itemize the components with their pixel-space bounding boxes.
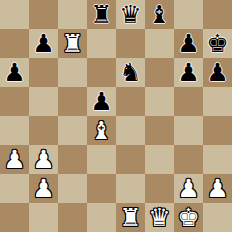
piece-white-pawn: ♟ bbox=[206, 174, 228, 203]
square-f4[interactable] bbox=[145, 116, 174, 145]
square-d7[interactable] bbox=[87, 29, 116, 58]
square-e4[interactable] bbox=[116, 116, 145, 145]
square-f2[interactable] bbox=[145, 174, 174, 203]
square-g4[interactable] bbox=[174, 116, 203, 145]
square-a7[interactable] bbox=[0, 29, 29, 58]
square-g7[interactable]: ♟ bbox=[174, 29, 203, 58]
square-h4[interactable] bbox=[203, 116, 232, 145]
square-e2[interactable] bbox=[116, 174, 145, 203]
piece-black-king: ♚ bbox=[206, 29, 228, 58]
piece-black-queen: ♛ bbox=[119, 0, 141, 29]
square-b4[interactable] bbox=[29, 116, 58, 145]
square-a4[interactable] bbox=[0, 116, 29, 145]
square-g2[interactable]: ♟ bbox=[174, 174, 203, 203]
square-e6[interactable]: ♞ bbox=[116, 58, 145, 87]
piece-white-king: ♚ bbox=[177, 203, 199, 232]
piece-black-pawn: ♟ bbox=[3, 58, 25, 87]
square-e8[interactable]: ♛ bbox=[116, 0, 145, 29]
square-d2[interactable] bbox=[87, 174, 116, 203]
square-c2[interactable] bbox=[58, 174, 87, 203]
piece-white-queen: ♛ bbox=[148, 203, 170, 232]
piece-black-bishop: ♝ bbox=[148, 0, 170, 29]
square-b7[interactable]: ♟ bbox=[29, 29, 58, 58]
square-c4[interactable] bbox=[58, 116, 87, 145]
square-d3[interactable] bbox=[87, 145, 116, 174]
piece-white-rook: ♜ bbox=[119, 203, 141, 232]
square-e1[interactable]: ♜ bbox=[116, 203, 145, 232]
square-b6[interactable] bbox=[29, 58, 58, 87]
square-h2[interactable]: ♟ bbox=[203, 174, 232, 203]
square-g1[interactable]: ♚ bbox=[174, 203, 203, 232]
square-g8[interactable] bbox=[174, 0, 203, 29]
square-g6[interactable]: ♟ bbox=[174, 58, 203, 87]
square-b3[interactable]: ♟ bbox=[29, 145, 58, 174]
square-h7[interactable]: ♚ bbox=[203, 29, 232, 58]
square-d4[interactable]: ♝ bbox=[87, 116, 116, 145]
square-a3[interactable]: ♟ bbox=[0, 145, 29, 174]
piece-white-pawn: ♟ bbox=[32, 145, 54, 174]
piece-white-pawn: ♟ bbox=[177, 174, 199, 203]
square-c5[interactable] bbox=[58, 87, 87, 116]
square-h5[interactable] bbox=[203, 87, 232, 116]
square-d5[interactable]: ♟ bbox=[87, 87, 116, 116]
square-a6[interactable]: ♟ bbox=[0, 58, 29, 87]
piece-white-rook: ♜ bbox=[61, 29, 83, 58]
square-f6[interactable] bbox=[145, 58, 174, 87]
piece-black-pawn: ♟ bbox=[177, 29, 199, 58]
piece-white-bishop: ♝ bbox=[90, 116, 112, 145]
square-c7[interactable]: ♜ bbox=[58, 29, 87, 58]
piece-black-pawn: ♟ bbox=[32, 29, 54, 58]
square-f3[interactable] bbox=[145, 145, 174, 174]
square-c1[interactable] bbox=[58, 203, 87, 232]
square-f7[interactable] bbox=[145, 29, 174, 58]
square-h6[interactable]: ♟ bbox=[203, 58, 232, 87]
chess-board: ♜♛♝♟♜♟♚♟♞♟♟♟♝♟♟♟♟♟♜♛♚ bbox=[0, 0, 232, 232]
square-b1[interactable] bbox=[29, 203, 58, 232]
square-d6[interactable] bbox=[87, 58, 116, 87]
piece-black-pawn: ♟ bbox=[206, 58, 228, 87]
square-b8[interactable] bbox=[29, 0, 58, 29]
square-a8[interactable] bbox=[0, 0, 29, 29]
square-e7[interactable] bbox=[116, 29, 145, 58]
square-a2[interactable] bbox=[0, 174, 29, 203]
piece-black-knight: ♞ bbox=[119, 58, 141, 87]
square-c3[interactable] bbox=[58, 145, 87, 174]
square-c6[interactable] bbox=[58, 58, 87, 87]
square-e5[interactable] bbox=[116, 87, 145, 116]
square-f8[interactable]: ♝ bbox=[145, 0, 174, 29]
square-h8[interactable] bbox=[203, 0, 232, 29]
square-g3[interactable] bbox=[174, 145, 203, 174]
square-b2[interactable]: ♟ bbox=[29, 174, 58, 203]
square-g5[interactable] bbox=[174, 87, 203, 116]
chess-app-window: ♜♛♝♟♜♟♚♟♞♟♟♟♝♟♟♟♟♟♜♛♚ bbox=[0, 0, 232, 232]
piece-black-pawn: ♟ bbox=[177, 58, 199, 87]
square-h3[interactable] bbox=[203, 145, 232, 174]
square-d1[interactable] bbox=[87, 203, 116, 232]
square-f1[interactable]: ♛ bbox=[145, 203, 174, 232]
square-b5[interactable] bbox=[29, 87, 58, 116]
square-a5[interactable] bbox=[0, 87, 29, 116]
piece-white-pawn: ♟ bbox=[3, 145, 25, 174]
square-f5[interactable] bbox=[145, 87, 174, 116]
piece-black-rook: ♜ bbox=[90, 0, 112, 29]
square-h1[interactable] bbox=[203, 203, 232, 232]
square-c8[interactable] bbox=[58, 0, 87, 29]
square-d8[interactable]: ♜ bbox=[87, 0, 116, 29]
square-a1[interactable] bbox=[0, 203, 29, 232]
piece-white-pawn: ♟ bbox=[32, 174, 54, 203]
square-e3[interactable] bbox=[116, 145, 145, 174]
piece-black-pawn: ♟ bbox=[90, 87, 112, 116]
